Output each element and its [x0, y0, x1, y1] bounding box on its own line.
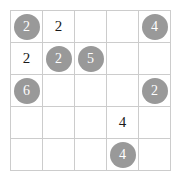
plain-clue: 2 [23, 51, 31, 66]
cell-r1c2[interactable]: 2 [43, 11, 74, 42]
circled-clue: 4 [142, 14, 168, 40]
cell-r4c4[interactable]: 4 [107, 107, 138, 138]
cell-r2c3[interactable]: 5 [75, 43, 106, 74]
cell-r5c1[interactable] [11, 139, 42, 170]
circled-clue: 5 [78, 46, 104, 72]
circled-clue: 6 [14, 78, 40, 104]
cell-r4c1[interactable] [11, 107, 42, 138]
cell-r5c2[interactable] [43, 139, 74, 170]
cell-r3c1[interactable]: 6 [11, 75, 42, 106]
cell-r2c4[interactable] [107, 43, 138, 74]
cell-r1c3[interactable] [75, 11, 106, 42]
plain-clue: 2 [55, 19, 63, 34]
cell-r5c5[interactable] [139, 139, 170, 170]
cell-r3c3[interactable] [75, 75, 106, 106]
circled-clue: 2 [142, 78, 168, 104]
cell-r1c4[interactable] [107, 11, 138, 42]
circled-clue: 4 [110, 142, 136, 168]
cell-r2c1[interactable]: 2 [11, 43, 42, 74]
cell-r3c2[interactable] [43, 75, 74, 106]
cell-r1c5[interactable]: 4 [139, 11, 170, 42]
cell-r5c4[interactable]: 4 [107, 139, 138, 170]
cell-r3c5[interactable]: 2 [139, 75, 170, 106]
cell-r4c2[interactable] [43, 107, 74, 138]
circled-clue: 2 [46, 46, 72, 72]
cell-r3c4[interactable] [107, 75, 138, 106]
cell-r2c2[interactable]: 2 [43, 43, 74, 74]
cell-r4c3[interactable] [75, 107, 106, 138]
cell-r2c5[interactable] [139, 43, 170, 74]
cell-r4c5[interactable] [139, 107, 170, 138]
circled-clue: 2 [14, 14, 40, 40]
plain-clue: 4 [119, 115, 127, 130]
cell-r1c1[interactable]: 2 [11, 11, 42, 42]
puzzle-board: 2242256244 [10, 10, 171, 171]
cell-r5c3[interactable] [75, 139, 106, 170]
